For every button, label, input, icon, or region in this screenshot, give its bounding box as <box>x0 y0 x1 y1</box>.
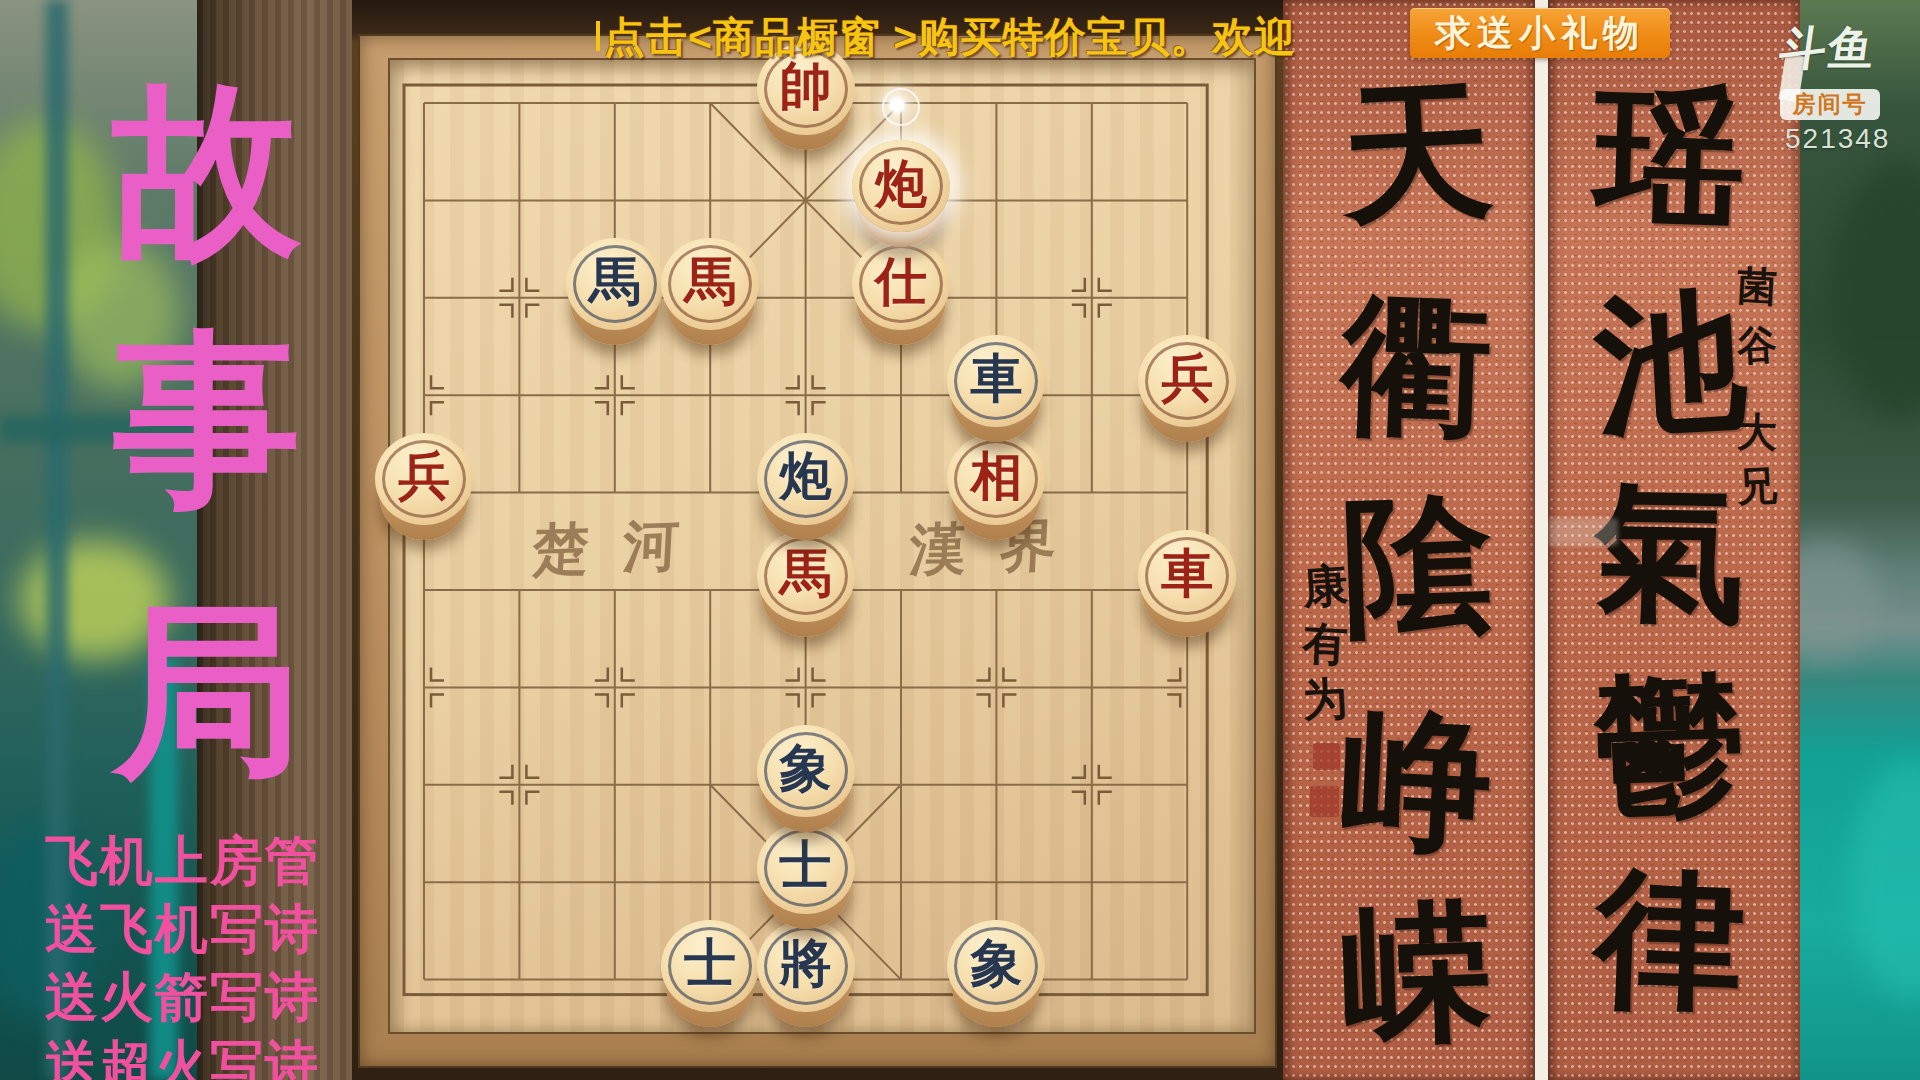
marquee-cursor <box>596 21 600 51</box>
piece-glyph: 馬 <box>780 547 832 599</box>
calligraphy-char: 天 <box>1338 73 1496 231</box>
signature-char: 康 <box>1301 562 1349 610</box>
piece-glyph: 兵 <box>1161 352 1213 404</box>
dedication-char: 谷 <box>1736 324 1779 367</box>
signature-char: 为 <box>1301 675 1348 722</box>
piece-glyph: 象 <box>970 937 1022 989</box>
gift-rule-line: 飞机上房管 <box>45 826 320 898</box>
piece-glyph: 馬 <box>684 255 736 307</box>
piece-red-chariot[interactable]: 車 <box>1138 530 1236 628</box>
dedication-char: 大 <box>1736 411 1777 452</box>
marquee-text: 点击<商品橱窗 >购买特价宝贝。欢迎 <box>604 14 1296 60</box>
piece-glyph: 相 <box>970 450 1022 502</box>
piece-glyph: 車 <box>970 352 1022 404</box>
piece-black-elephant[interactable]: 象 <box>947 920 1045 1018</box>
gift-rule-line: 送超火写诗 <box>45 1030 320 1080</box>
piece-red-elephant[interactable]: 相 <box>947 433 1045 531</box>
marquee-banner: 点击<商品橱窗 >购买特价宝贝。欢迎 <box>596 10 1296 65</box>
piece-black-horse[interactable]: 馬 <box>566 238 664 336</box>
piece-red-cannon[interactable]: 炮 <box>852 140 950 238</box>
gift-request-button[interactable]: 求送小礼物 <box>1410 8 1670 58</box>
seal-stamp <box>1310 786 1339 817</box>
piece-red-soldier[interactable]: 兵 <box>1138 335 1236 433</box>
xiangqi-board[interactable]: 楚河 漢界 帥炮馬馬仕車兵兵炮相馬車象士士將象 <box>352 0 1283 1080</box>
scroll-divider <box>1535 0 1548 1080</box>
piece-black-general[interactable]: 將 <box>757 920 855 1018</box>
calligraphy-char: 池 <box>1591 283 1749 441</box>
room-number-value: 521348 <box>1785 123 1910 155</box>
channel-title-char: 事 <box>113 326 301 514</box>
room-number-label: 房间号 <box>1780 89 1880 120</box>
piece-glyph: 帥 <box>780 60 832 112</box>
calligraphy-scroll-left: 天衢隂峥嵘 康有为 <box>1283 0 1535 1080</box>
foliage-blur <box>1830 160 1920 420</box>
calligraphy-char: 氣 <box>1594 474 1747 627</box>
calligraphy-scroll-right: 瑶池氣鬱律 菌谷大兄 <box>1548 0 1800 1080</box>
dedication-char: 菌 <box>1736 265 1778 307</box>
piece-glyph: 炮 <box>875 158 927 210</box>
piece-black-chariot[interactable]: 車 <box>947 335 1045 433</box>
photo-watermark <box>1548 518 1618 546</box>
piece-black-cannon[interactable]: 炮 <box>757 433 855 531</box>
piece-glyph: 士 <box>684 937 736 989</box>
piece-red-advisor[interactable]: 仕 <box>852 238 950 336</box>
gift-rule-line: 送飞机写诗 <box>45 894 320 966</box>
douyu-badge: 斗鱼 房间号 521348 <box>1780 18 1910 155</box>
calligraphy-char: 瑶 <box>1592 77 1747 232</box>
signature-char: 有 <box>1301 620 1348 667</box>
teal-glow <box>1850 760 1920 1000</box>
right-blur-background <box>1800 0 1920 1080</box>
piece-glyph: 士 <box>780 839 832 891</box>
calligraphy-char: 峥 <box>1338 701 1496 859</box>
piece-glyph: 仕 <box>875 255 927 307</box>
railing-blur <box>1800 540 1880 660</box>
piece-glyph: 象 <box>780 742 832 794</box>
piece-black-advisor[interactable]: 士 <box>661 920 759 1018</box>
last-move-sparkle <box>882 88 920 126</box>
piece-glyph: 兵 <box>398 450 450 502</box>
calligraphy-char: 嵘 <box>1339 894 1494 1049</box>
piece-glyph: 車 <box>1161 547 1213 599</box>
channel-title-char: 局 <box>113 598 301 786</box>
piece-glyph: 炮 <box>780 450 832 502</box>
calligraphy-char: 鬱 <box>1592 667 1747 822</box>
piece-red-horse[interactable]: 馬 <box>661 238 759 336</box>
piece-black-advisor[interactable]: 士 <box>757 822 855 920</box>
gift-rule-line: 送火箭写诗 <box>45 962 320 1034</box>
dedication-char: 兄 <box>1736 465 1778 507</box>
douyu-logo: 斗鱼 <box>1776 18 1915 80</box>
piece-red-horse[interactable]: 馬 <box>757 530 855 628</box>
calligraphy-char: 衢 <box>1339 287 1494 442</box>
piece-glyph: 馬 <box>589 255 641 307</box>
piece-black-elephant[interactable]: 象 <box>757 725 855 823</box>
piece-glyph: 將 <box>780 937 832 989</box>
calligraphy-char: 律 <box>1592 860 1747 1015</box>
piece-red-soldier[interactable]: 兵 <box>375 433 473 531</box>
seal-stamp <box>1313 743 1340 770</box>
river-text-left: 楚河 <box>531 507 715 589</box>
calligraphy-char: 隂 <box>1339 486 1494 641</box>
channel-title-char: 故 <box>113 76 301 264</box>
